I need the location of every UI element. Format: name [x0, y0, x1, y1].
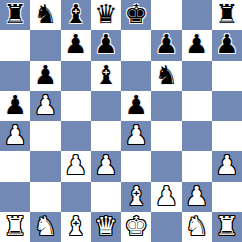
square-h4[interactable]: [212, 121, 242, 151]
square-g4[interactable]: [182, 121, 212, 151]
chess-board: ♜♞♝♛♚♜♟♟♟♟♟♟♝♞♟♟♟♟♟♟♟♟♝♟♟♜♞♝♛♚♞♜: [0, 0, 242, 242]
square-b3[interactable]: [30, 151, 60, 181]
square-h8[interactable]: ♜: [212, 0, 242, 30]
square-h3[interactable]: ♟: [212, 151, 242, 181]
black-knight: ♞: [34, 1, 57, 27]
black-pawn: ♟: [3, 92, 26, 118]
square-d2[interactable]: [91, 182, 121, 212]
black-bishop: ♝: [94, 62, 117, 88]
square-g8[interactable]: [182, 0, 212, 30]
white-pawn: ♟: [64, 152, 87, 178]
square-d1[interactable]: ♛: [91, 212, 121, 242]
square-c7[interactable]: ♟: [61, 30, 91, 60]
square-c3[interactable]: ♟: [61, 151, 91, 181]
square-f5[interactable]: [151, 91, 181, 121]
square-e2[interactable]: ♝: [121, 182, 151, 212]
square-f6[interactable]: ♞: [151, 61, 181, 91]
black-pawn: ♟: [155, 31, 178, 57]
square-a5[interactable]: ♟: [0, 91, 30, 121]
black-pawn: ♟: [185, 31, 208, 57]
square-e8[interactable]: ♚: [121, 0, 151, 30]
square-b8[interactable]: ♞: [30, 0, 60, 30]
square-a6[interactable]: [0, 61, 30, 91]
white-knight: ♞: [185, 213, 208, 239]
square-f2[interactable]: ♟: [151, 182, 181, 212]
square-a3[interactable]: [0, 151, 30, 181]
square-g6[interactable]: [182, 61, 212, 91]
square-c2[interactable]: [61, 182, 91, 212]
black-queen: ♛: [94, 1, 117, 27]
square-d6[interactable]: ♝: [91, 61, 121, 91]
square-d7[interactable]: ♟: [91, 30, 121, 60]
square-d5[interactable]: [91, 91, 121, 121]
square-b1[interactable]: ♞: [30, 212, 60, 242]
white-queen: ♛: [94, 213, 117, 239]
white-pawn: ♟: [3, 122, 26, 148]
square-e7[interactable]: [121, 30, 151, 60]
square-g5[interactable]: [182, 91, 212, 121]
square-f8[interactable]: [151, 0, 181, 30]
square-e1[interactable]: ♚: [121, 212, 151, 242]
square-b7[interactable]: [30, 30, 60, 60]
square-g1[interactable]: ♞: [182, 212, 212, 242]
square-h1[interactable]: ♜: [212, 212, 242, 242]
square-f1[interactable]: [151, 212, 181, 242]
square-c8[interactable]: ♝: [61, 0, 91, 30]
square-e6[interactable]: [121, 61, 151, 91]
square-e4[interactable]: ♟: [121, 121, 151, 151]
square-a4[interactable]: ♟: [0, 121, 30, 151]
square-e5[interactable]: ♟: [121, 91, 151, 121]
square-a1[interactable]: ♜: [0, 212, 30, 242]
square-c6[interactable]: [61, 61, 91, 91]
square-g7[interactable]: ♟: [182, 30, 212, 60]
square-b5[interactable]: ♟: [30, 91, 60, 121]
square-d8[interactable]: ♛: [91, 0, 121, 30]
square-b2[interactable]: [30, 182, 60, 212]
black-pawn: ♟: [215, 31, 238, 57]
square-d4[interactable]: [91, 121, 121, 151]
black-king: ♚: [124, 1, 147, 27]
white-pawn: ♟: [124, 122, 147, 148]
white-pawn: ♟: [94, 152, 117, 178]
square-a8[interactable]: ♜: [0, 0, 30, 30]
square-f7[interactable]: ♟: [151, 30, 181, 60]
square-h7[interactable]: ♟: [212, 30, 242, 60]
white-pawn: ♟: [215, 152, 238, 178]
square-a7[interactable]: [0, 30, 30, 60]
black-pawn: ♟: [94, 31, 117, 57]
square-b4[interactable]: [30, 121, 60, 151]
square-f4[interactable]: [151, 121, 181, 151]
square-b6[interactable]: ♟: [30, 61, 60, 91]
white-pawn: ♟: [185, 183, 208, 209]
square-h6[interactable]: [212, 61, 242, 91]
black-rook: ♜: [3, 1, 26, 27]
black-pawn: ♟: [124, 92, 147, 118]
white-rook: ♜: [215, 213, 238, 239]
white-bishop: ♝: [124, 183, 147, 209]
white-pawn: ♟: [155, 183, 178, 209]
black-rook: ♜: [215, 1, 238, 27]
square-f3[interactable]: [151, 151, 181, 181]
square-c1[interactable]: ♝: [61, 212, 91, 242]
square-d3[interactable]: ♟: [91, 151, 121, 181]
square-h5[interactable]: [212, 91, 242, 121]
square-g2[interactable]: ♟: [182, 182, 212, 212]
black-knight: ♞: [155, 62, 178, 88]
white-rook: ♜: [3, 213, 26, 239]
black-pawn: ♟: [64, 31, 87, 57]
white-bishop: ♝: [64, 213, 87, 239]
square-c5[interactable]: [61, 91, 91, 121]
black-pawn: ♟: [34, 62, 57, 88]
square-g3[interactable]: [182, 151, 212, 181]
square-h2[interactable]: [212, 182, 242, 212]
square-c4[interactable]: [61, 121, 91, 151]
black-bishop: ♝: [64, 1, 87, 27]
white-knight: ♞: [34, 213, 57, 239]
square-a2[interactable]: [0, 182, 30, 212]
white-king: ♚: [124, 213, 147, 239]
square-e3[interactable]: [121, 151, 151, 181]
white-pawn: ♟: [34, 92, 57, 118]
